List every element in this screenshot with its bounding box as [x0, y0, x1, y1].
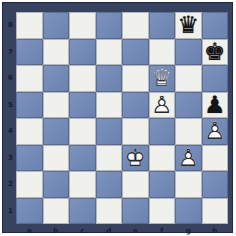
piece-black-queen[interactable]: ♛ — [175, 12, 202, 39]
board-frame: 87654321 abcdefgh ♛♚♛♕♟♙♟♟♙♚♔♟♙ — [2, 2, 233, 233]
file-label-c: c — [69, 224, 96, 236]
piece-outline: ♕ — [149, 65, 176, 92]
square-h4[interactable]: ♟♙ — [202, 118, 229, 145]
square-c4[interactable] — [69, 118, 96, 145]
square-b3[interactable] — [43, 145, 70, 172]
square-f7[interactable] — [149, 39, 176, 66]
square-c1[interactable] — [69, 198, 96, 225]
rank-label-4: 4 — [5, 118, 16, 145]
piece-fill: ♟ — [202, 118, 229, 145]
square-d3[interactable] — [96, 145, 123, 172]
square-a4[interactable] — [16, 118, 43, 145]
square-b8[interactable] — [43, 12, 70, 39]
square-f6[interactable]: ♛♕ — [149, 65, 176, 92]
piece-white-queen[interactable]: ♛♕ — [149, 65, 176, 92]
piece-white-pawn[interactable]: ♟♙ — [202, 118, 229, 145]
square-d1[interactable] — [96, 198, 123, 225]
square-a5[interactable] — [16, 92, 43, 119]
square-h7[interactable]: ♚ — [202, 39, 229, 66]
rank-labels: 87654321 — [5, 12, 16, 224]
rank-label-5: 5 — [5, 92, 16, 119]
piece-fill: ♚ — [122, 145, 149, 172]
piece-white-pawn[interactable]: ♟♙ — [149, 92, 176, 119]
square-a6[interactable] — [16, 65, 43, 92]
square-f5[interactable]: ♟♙ — [149, 92, 176, 119]
square-h3[interactable] — [202, 145, 229, 172]
square-e3[interactable]: ♚♔ — [122, 145, 149, 172]
square-h1[interactable] — [202, 198, 229, 225]
square-e8[interactable] — [122, 12, 149, 39]
square-g6[interactable] — [175, 65, 202, 92]
piece-outline: ♙ — [175, 145, 202, 172]
rank-label-2: 2 — [5, 171, 16, 198]
file-label-f: f — [149, 224, 176, 236]
piece-black-pawn[interactable]: ♟ — [202, 92, 229, 119]
square-g3[interactable]: ♟♙ — [175, 145, 202, 172]
square-b5[interactable] — [43, 92, 70, 119]
square-h2[interactable] — [202, 171, 229, 198]
piece-white-king[interactable]: ♚♔ — [122, 145, 149, 172]
square-g2[interactable] — [175, 171, 202, 198]
square-g4[interactable] — [175, 118, 202, 145]
square-f2[interactable] — [149, 171, 176, 198]
rank-label-1: 1 — [5, 198, 16, 225]
piece-glyph: ♛ — [175, 12, 202, 39]
square-a7[interactable] — [16, 39, 43, 66]
piece-glyph: ♚ — [202, 39, 229, 66]
square-a1[interactable] — [16, 198, 43, 225]
file-label-b: b — [43, 224, 70, 236]
file-label-g: g — [175, 224, 202, 236]
rank-label-8: 8 — [5, 12, 16, 39]
square-e6[interactable] — [122, 65, 149, 92]
square-f1[interactable] — [149, 198, 176, 225]
square-g8[interactable]: ♛ — [175, 12, 202, 39]
square-e7[interactable] — [122, 39, 149, 66]
file-label-h: h — [202, 224, 229, 236]
square-e5[interactable] — [122, 92, 149, 119]
square-e4[interactable] — [122, 118, 149, 145]
square-c8[interactable] — [69, 12, 96, 39]
piece-outline: ♔ — [122, 145, 149, 172]
rank-label-3: 3 — [5, 145, 16, 172]
square-c2[interactable] — [69, 171, 96, 198]
square-d4[interactable] — [96, 118, 123, 145]
square-a2[interactable] — [16, 171, 43, 198]
square-b7[interactable] — [43, 39, 70, 66]
square-c6[interactable] — [69, 65, 96, 92]
file-labels: abcdefgh — [16, 224, 228, 236]
square-e1[interactable] — [122, 198, 149, 225]
square-d6[interactable] — [96, 65, 123, 92]
square-e2[interactable] — [122, 171, 149, 198]
square-g5[interactable] — [175, 92, 202, 119]
chess-diagram: 87654321 abcdefgh ♛♚♛♕♟♙♟♟♙♚♔♟♙ — [0, 0, 236, 236]
piece-black-king[interactable]: ♚ — [202, 39, 229, 66]
file-label-a: a — [16, 224, 43, 236]
square-a8[interactable] — [16, 12, 43, 39]
square-b6[interactable] — [43, 65, 70, 92]
square-b2[interactable] — [43, 171, 70, 198]
piece-fill: ♟ — [149, 92, 176, 119]
square-d2[interactable] — [96, 171, 123, 198]
square-a3[interactable] — [16, 145, 43, 172]
square-b1[interactable] — [43, 198, 70, 225]
square-g1[interactable] — [175, 198, 202, 225]
square-c5[interactable] — [69, 92, 96, 119]
square-f3[interactable] — [149, 145, 176, 172]
rank-label-6: 6 — [5, 65, 16, 92]
square-f8[interactable] — [149, 12, 176, 39]
piece-white-pawn[interactable]: ♟♙ — [175, 145, 202, 172]
square-c3[interactable] — [69, 145, 96, 172]
piece-outline: ♙ — [149, 92, 176, 119]
file-label-e: e — [122, 224, 149, 236]
square-b4[interactable] — [43, 118, 70, 145]
file-label-d: d — [96, 224, 123, 236]
square-d7[interactable] — [96, 39, 123, 66]
square-h6[interactable] — [202, 65, 229, 92]
square-d5[interactable] — [96, 92, 123, 119]
square-d8[interactable] — [96, 12, 123, 39]
square-g7[interactable] — [175, 39, 202, 66]
piece-fill: ♟ — [175, 145, 202, 172]
piece-glyph: ♟ — [202, 92, 229, 119]
chess-board: ♛♚♛♕♟♙♟♟♙♚♔♟♙ — [16, 12, 228, 224]
piece-outline: ♙ — [202, 118, 229, 145]
square-h8[interactable] — [202, 12, 229, 39]
piece-fill: ♛ — [149, 65, 176, 92]
square-f4[interactable] — [149, 118, 176, 145]
square-c7[interactable] — [69, 39, 96, 66]
square-h5[interactable]: ♟ — [202, 92, 229, 119]
rank-label-7: 7 — [5, 39, 16, 66]
